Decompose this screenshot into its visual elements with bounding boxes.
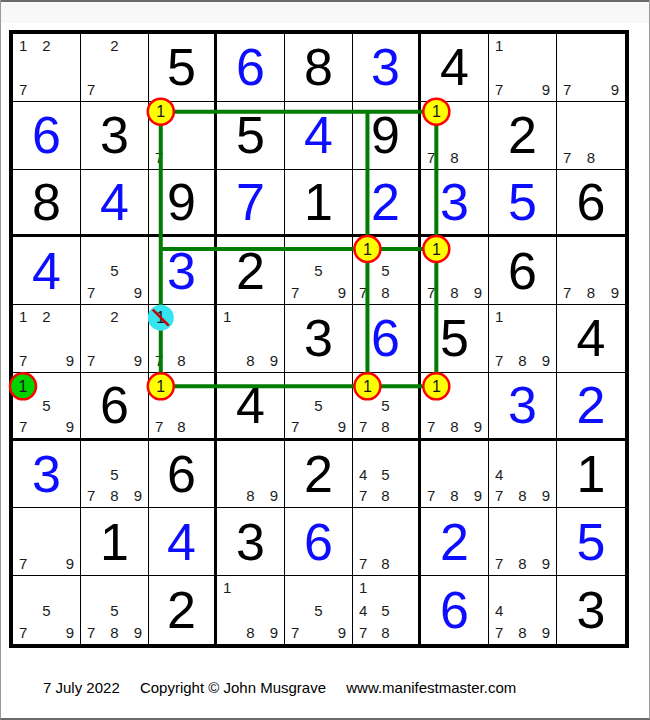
footer-site: www.manifestmaster.com	[346, 679, 516, 696]
pencil-8: 8	[177, 353, 185, 368]
pencil-7: 7	[19, 82, 27, 97]
cell-r6c6[interactable]: 578	[353, 373, 421, 441]
pencil-marks: 89	[223, 445, 278, 504]
cell-r9c6[interactable]: 14578	[353, 576, 421, 644]
pencil-9: 9	[542, 556, 550, 571]
pencil-5: 5	[110, 467, 118, 482]
cell-r1c2[interactable]: 27	[81, 34, 149, 102]
pencil-marks: 127	[19, 38, 74, 97]
pencil-marks: 79	[563, 38, 619, 97]
pencil-5: 5	[110, 263, 118, 278]
cell-r4c8[interactable]: 6	[489, 237, 557, 305]
pencil-marks: 789	[427, 445, 482, 504]
pencil-7: 7	[495, 353, 503, 368]
pencil-marks: 789	[495, 512, 550, 571]
pencil-marks: 78	[359, 512, 412, 571]
cell-value: 3	[236, 516, 265, 568]
pencil-5: 5	[381, 398, 389, 413]
cell-r2c1[interactable]: 6	[13, 102, 81, 170]
pencil-7: 7	[359, 419, 367, 434]
pencil-9: 9	[270, 488, 278, 503]
cell-value: 8	[32, 176, 61, 228]
pencil-7: 7	[563, 285, 571, 300]
cell-r4c9[interactable]: 789	[557, 237, 625, 305]
cell-r6c3[interactable]: 78	[149, 373, 217, 441]
cell-r7c6[interactable]: 4578	[353, 441, 421, 509]
cell-r3c7[interactable]: 3	[421, 170, 489, 238]
cell-r9c9[interactable]: 3	[557, 576, 625, 644]
pencil-marks: 14578	[359, 580, 412, 640]
cell-r5c2[interactable]: 279	[81, 305, 149, 373]
cell-r4c1[interactable]: 4	[13, 237, 81, 305]
cell-r1c4[interactable]: 6	[217, 34, 285, 102]
cell-value: 2	[371, 176, 400, 228]
cell-value: 3	[167, 245, 196, 297]
cell-r1c7[interactable]: 4	[421, 34, 489, 102]
cell-value: 3	[508, 379, 537, 431]
cell-value: 2	[236, 245, 265, 297]
pencil-9: 9	[66, 556, 74, 571]
pencil-9: 9	[338, 625, 346, 640]
pencil-8: 8	[381, 419, 389, 434]
pencil-8: 8	[518, 625, 526, 640]
cell-value: 1	[577, 448, 606, 500]
pencil-8: 8	[246, 625, 254, 640]
pencil-7: 7	[359, 285, 367, 300]
cell-r9c8[interactable]: 4789	[489, 576, 557, 644]
pencil-9: 9	[270, 353, 278, 368]
pencil-1: 1	[223, 580, 231, 595]
pencil-8: 8	[450, 488, 458, 503]
cell-value: 2	[577, 379, 606, 431]
pencil-marks: 578	[359, 241, 412, 300]
cell-r2c7[interactable]: 78	[421, 102, 489, 170]
pencil-8: 8	[587, 285, 595, 300]
sudoku-board: 1272756834179796375497827884971235645793…	[9, 30, 629, 648]
cell-value: 4	[100, 176, 129, 228]
cell-r9c1[interactable]: 579	[13, 576, 81, 644]
footer-date: 7 July 2022	[43, 679, 120, 696]
pencil-marks: 7	[155, 106, 208, 165]
cell-r3c2[interactable]: 4	[81, 170, 149, 238]
pencil-5: 5	[314, 603, 322, 618]
pencil-marks: 179	[495, 38, 550, 97]
cell-r3c4[interactable]: 7	[217, 170, 285, 238]
cell-r8c6[interactable]: 78	[353, 508, 421, 576]
pencil-9: 9	[542, 82, 550, 97]
pencil-8: 8	[246, 488, 254, 503]
cell-r4c6[interactable]: 578	[353, 237, 421, 305]
pencil-9: 9	[338, 285, 346, 300]
pencil-9: 9	[66, 353, 74, 368]
cell-r3c1[interactable]: 8	[13, 170, 81, 238]
cell-r6c1[interactable]: 579	[13, 373, 81, 441]
cell-value: 6	[440, 584, 469, 636]
cell-r5c4[interactable]: 189	[217, 305, 285, 373]
cell-value: 3	[32, 448, 61, 500]
pencil-marks: 78	[427, 106, 482, 165]
cell-r9c7[interactable]: 6	[421, 576, 489, 644]
pencil-5: 5	[42, 398, 50, 413]
cell-r6c9[interactable]: 2	[557, 373, 625, 441]
cell-r1c6[interactable]: 3	[353, 34, 421, 102]
cell-r8c9[interactable]: 5	[557, 508, 625, 576]
pencil-7: 7	[291, 625, 299, 640]
pencil-5: 5	[42, 603, 50, 618]
cell-r2c6[interactable]: 9	[353, 102, 421, 170]
pencil-marks: 79	[19, 512, 74, 571]
cell-value: 2	[304, 448, 333, 500]
footer-copyright: Copyright © John Musgrave	[140, 679, 326, 696]
cell-value: 6	[32, 109, 61, 161]
cell-r5c9[interactable]: 4	[557, 305, 625, 373]
pencil-marks: 789	[427, 377, 482, 434]
cell-r2c9[interactable]: 78	[557, 102, 625, 170]
pencil-7: 7	[155, 353, 163, 368]
pencil-9: 9	[474, 488, 482, 503]
cell-value: 7	[236, 176, 265, 228]
pencil-7: 7	[19, 353, 27, 368]
pencil-7: 7	[359, 488, 367, 503]
cell-value: 4	[440, 41, 469, 93]
pencil-marks: 189	[223, 309, 278, 368]
cell-r8c1[interactable]: 79	[13, 508, 81, 576]
cell-r7c4[interactable]: 89	[217, 441, 285, 509]
pencil-marks: 579	[291, 377, 346, 434]
pencil-9: 9	[134, 285, 142, 300]
pencil-7: 7	[427, 150, 435, 165]
pencil-9: 9	[542, 625, 550, 640]
pencil-9: 9	[474, 285, 482, 300]
cell-r8c8[interactable]: 789	[489, 508, 557, 576]
pencil-7: 7	[495, 625, 503, 640]
pencil-7: 7	[87, 488, 95, 503]
cell-value: 3	[100, 109, 129, 161]
pencil-8: 8	[381, 625, 389, 640]
pencil-2: 2	[42, 309, 50, 324]
pencil-1: 1	[19, 309, 27, 324]
cell-value: 3	[577, 584, 606, 636]
cell-r6c5[interactable]: 579	[285, 373, 353, 441]
cell-r5c6[interactable]: 6	[353, 305, 421, 373]
cell-r2c8[interactable]: 2	[489, 102, 557, 170]
pencil-marks: 789	[427, 241, 482, 300]
cell-r3c5[interactable]: 1	[285, 170, 353, 238]
pencil-marks: 78	[155, 377, 208, 434]
pencil-2: 2	[42, 38, 50, 53]
pencil-7: 7	[495, 82, 503, 97]
pencil-1: 1	[495, 38, 503, 53]
pencil-7: 7	[155, 419, 163, 434]
cell-r2c4[interactable]: 5	[217, 102, 285, 170]
cell-r7c5[interactable]: 2	[285, 441, 353, 509]
pencil-marks: 1279	[19, 309, 74, 368]
pencil-marks: 4789	[495, 445, 550, 504]
pencil-4: 4	[359, 603, 367, 618]
pencil-marks: 579	[19, 377, 74, 434]
cell-r6c8[interactable]: 3	[489, 373, 557, 441]
pencil-9: 9	[474, 419, 482, 434]
cell-value: 6	[304, 516, 333, 568]
pencil-5: 5	[381, 467, 389, 482]
top-band	[1, 0, 649, 23]
pencil-7: 7	[19, 556, 27, 571]
pencil-1: 1	[495, 309, 503, 324]
cell-r4c4[interactable]: 2	[217, 237, 285, 305]
cell-r8c2[interactable]: 1	[81, 508, 149, 576]
cell-r4c2[interactable]: 579	[81, 237, 149, 305]
cell-r7c9[interactable]: 1	[557, 441, 625, 509]
pencil-9: 9	[270, 625, 278, 640]
pencil-9: 9	[66, 625, 74, 640]
pencil-7: 7	[359, 556, 367, 571]
cell-r5c7[interactable]: 5	[421, 305, 489, 373]
cell-value: 9	[167, 176, 196, 228]
pencil-8: 8	[381, 285, 389, 300]
pencil-marks: 5789	[87, 445, 142, 504]
pencil-2: 2	[110, 38, 118, 53]
pencil-4: 4	[495, 603, 503, 618]
cell-value: 1	[304, 176, 333, 228]
pencil-marks: 579	[87, 241, 142, 300]
pencil-7: 7	[19, 419, 27, 434]
cell-r2c3[interactable]: 7	[149, 102, 217, 170]
cell-r8c5[interactable]: 6	[285, 508, 353, 576]
cell-r6c7[interactable]: 789	[421, 373, 489, 441]
cell-r8c4[interactable]: 3	[217, 508, 285, 576]
cell-r6c4[interactable]: 4	[217, 373, 285, 441]
cell-value: 6	[100, 379, 129, 431]
cell-value: 5	[440, 312, 469, 364]
pencil-9: 9	[338, 419, 346, 434]
pencil-marks: 27	[87, 38, 142, 97]
cell-r1c3[interactable]: 5	[149, 34, 217, 102]
pencil-7: 7	[495, 556, 503, 571]
pencil-7: 7	[427, 419, 435, 434]
pencil-7: 7	[291, 419, 299, 434]
cell-r5c8[interactable]: 1789	[489, 305, 557, 373]
pencil-7: 7	[155, 150, 163, 165]
pencil-marks: 4578	[359, 445, 412, 504]
pencil-1: 1	[223, 309, 231, 324]
pencil-7: 7	[563, 150, 571, 165]
pencil-7: 7	[87, 285, 95, 300]
cell-value: 8	[304, 41, 333, 93]
pencil-8: 8	[177, 419, 185, 434]
pencil-7: 7	[291, 285, 299, 300]
pencil-marks: 1789	[495, 309, 550, 368]
pencil-8: 8	[518, 488, 526, 503]
pencil-8: 8	[110, 488, 118, 503]
cell-value: 3	[304, 312, 333, 364]
pencil-5: 5	[110, 603, 118, 618]
cell-r7c8[interactable]: 4789	[489, 441, 557, 509]
pencil-marks: 4789	[495, 580, 550, 640]
pencil-5: 5	[314, 263, 322, 278]
pencil-7: 7	[495, 488, 503, 503]
cell-r9c3[interactable]: 2	[149, 576, 217, 644]
pencil-marks: 189	[223, 580, 278, 640]
pencil-2: 2	[110, 309, 118, 324]
pencil-7: 7	[87, 82, 95, 97]
pencil-5: 5	[381, 603, 389, 618]
cell-value: 6	[371, 312, 400, 364]
cell-value: 3	[371, 41, 400, 93]
cell-r7c7[interactable]: 789	[421, 441, 489, 509]
cell-value: 4	[32, 245, 61, 297]
pencil-9: 9	[542, 353, 550, 368]
cell-value: 5	[236, 109, 265, 161]
cell-r3c6[interactable]: 2	[353, 170, 421, 238]
pencil-9: 9	[66, 419, 74, 434]
cell-r5c5[interactable]: 3	[285, 305, 353, 373]
pencil-7: 7	[563, 82, 571, 97]
pencil-9: 9	[134, 488, 142, 503]
pencil-4: 4	[495, 467, 503, 482]
pencil-marks: 578	[359, 377, 412, 434]
pencil-marks: 78	[563, 106, 619, 165]
cell-r2c2[interactable]: 3	[81, 102, 149, 170]
footer: 7 July 2022 Copyright © John Musgrave ww…	[43, 679, 516, 696]
cell-value: 6	[577, 176, 606, 228]
pencil-1: 1	[19, 38, 27, 53]
pencil-marks: 579	[19, 580, 74, 640]
pencil-5: 5	[314, 398, 322, 413]
cell-r4c3[interactable]: 3	[149, 237, 217, 305]
pencil-8: 8	[110, 625, 118, 640]
pencil-9: 9	[134, 353, 142, 368]
pencil-8: 8	[518, 353, 526, 368]
pencil-marks: 5789	[87, 580, 142, 640]
cell-r9c2[interactable]: 5789	[81, 576, 149, 644]
cell-value: 2	[440, 516, 469, 568]
pencil-marks: 279	[87, 309, 142, 368]
cell-r1c1[interactable]: 127	[13, 34, 81, 102]
cell-value: 6	[236, 41, 265, 93]
cell-value: 6	[508, 245, 537, 297]
cell-value: 4	[236, 379, 265, 431]
pencil-7: 7	[87, 625, 95, 640]
pencil-8: 8	[381, 488, 389, 503]
pencil-7: 7	[87, 353, 95, 368]
cell-r9c4[interactable]: 189	[217, 576, 285, 644]
pencil-marks: 579	[291, 241, 346, 300]
cell-value: 2	[167, 584, 196, 636]
pencil-7: 7	[359, 625, 367, 640]
cell-value: 5	[577, 516, 606, 568]
cell-value: 5	[508, 176, 537, 228]
pencil-7: 7	[427, 285, 435, 300]
cell-r3c3[interactable]: 9	[149, 170, 217, 238]
cell-value: 2	[508, 109, 537, 161]
cell-r8c3[interactable]: 4	[149, 508, 217, 576]
pencil-8: 8	[450, 150, 458, 165]
pencil-7: 7	[19, 625, 27, 640]
cell-r8c7[interactable]: 2	[421, 508, 489, 576]
cell-r1c9[interactable]: 79	[557, 34, 625, 102]
cell-value: 4	[577, 312, 606, 364]
pencil-7: 7	[427, 488, 435, 503]
pencil-1: 1	[359, 580, 367, 595]
cell-value: 1	[100, 516, 129, 568]
pencil-marks: 78	[155, 309, 208, 368]
cell-r5c1[interactable]: 1279	[13, 305, 81, 373]
pencil-8: 8	[450, 419, 458, 434]
pencil-marks: 579	[291, 580, 346, 640]
cell-r4c7[interactable]: 789	[421, 237, 489, 305]
cell-r7c2[interactable]: 5789	[81, 441, 149, 509]
pencil-9: 9	[542, 488, 550, 503]
page: 1272756834179796375497827884971235645793…	[0, 0, 650, 720]
pencil-8: 8	[246, 353, 254, 368]
cell-value: 5	[167, 41, 196, 93]
pencil-8: 8	[450, 285, 458, 300]
cell-value: 4	[167, 516, 196, 568]
cell-r6c2[interactable]: 6	[81, 373, 149, 441]
cell-r1c5[interactable]: 8	[285, 34, 353, 102]
cell-r7c3[interactable]: 6	[149, 441, 217, 509]
pencil-8: 8	[518, 556, 526, 571]
cell-r1c8[interactable]: 179	[489, 34, 557, 102]
cell-r5c3[interactable]: 78	[149, 305, 217, 373]
cell-value: 9	[371, 109, 400, 161]
cell-r9c5[interactable]: 579	[285, 576, 353, 644]
pencil-9: 9	[611, 285, 619, 300]
pencil-5: 5	[381, 263, 389, 278]
pencil-4: 4	[359, 467, 367, 482]
pencil-9: 9	[611, 82, 619, 97]
cell-value: 3	[440, 176, 469, 228]
pencil-marks: 789	[563, 241, 619, 300]
pencil-9: 9	[134, 625, 142, 640]
cell-r7c1[interactable]: 3	[13, 441, 81, 509]
cell-r4c5[interactable]: 579	[285, 237, 353, 305]
cell-r2c5[interactable]: 4	[285, 102, 353, 170]
cell-r3c9[interactable]: 6	[557, 170, 625, 238]
pencil-8: 8	[381, 556, 389, 571]
cell-r3c8[interactable]: 5	[489, 170, 557, 238]
cell-value: 6	[167, 448, 196, 500]
cell-value: 4	[304, 109, 333, 161]
pencil-8: 8	[587, 150, 595, 165]
